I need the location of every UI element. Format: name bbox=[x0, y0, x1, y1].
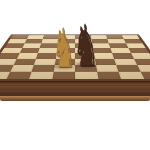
square-b2[interactable] bbox=[10, 65, 34, 72]
chessboard-photo: ♞ ♞ bbox=[0, 0, 150, 150]
square-c2[interactable] bbox=[32, 65, 55, 72]
white-knight[interactable]: ♞ bbox=[52, 22, 75, 76]
black-knight[interactable]: ♞ bbox=[73, 17, 99, 75]
board-front-face bbox=[0, 81, 150, 96]
board-bottom-edge bbox=[0, 96, 150, 101]
square-b1[interactable] bbox=[6, 71, 32, 79]
square-f1[interactable] bbox=[97, 71, 121, 79]
square-h2[interactable] bbox=[137, 65, 150, 72]
square-c1[interactable] bbox=[29, 71, 53, 79]
